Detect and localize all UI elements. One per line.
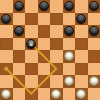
board-square-light[interactable] [13, 13, 26, 26]
board-square-light[interactable] [75, 75, 88, 88]
board-square-light[interactable] [75, 50, 88, 63]
board-square-light[interactable] [88, 63, 101, 76]
board-square-light[interactable] [75, 0, 88, 13]
board-square-dark[interactable] [25, 63, 38, 76]
board-square-light[interactable] [63, 88, 76, 101]
board-square-light[interactable] [0, 0, 13, 13]
board-square-dark[interactable] [50, 63, 63, 76]
board-square-dark[interactable] [75, 38, 88, 51]
board-square-light[interactable] [0, 25, 13, 38]
board-square-light[interactable] [50, 0, 63, 13]
board-square-dark[interactable] [38, 25, 51, 38]
king-crown-icon: ♛ [27, 40, 35, 48]
board-square-light[interactable] [25, 75, 38, 88]
board-square-light[interactable] [63, 13, 76, 26]
board-square-dark[interactable] [88, 50, 101, 63]
board-square-light[interactable] [13, 63, 26, 76]
board-square-light[interactable] [75, 25, 88, 38]
board-square-light[interactable] [63, 63, 76, 76]
board-square-dark[interactable] [0, 38, 13, 51]
board-square-dark[interactable] [50, 38, 63, 51]
board-square-light[interactable] [88, 13, 101, 26]
board-square-dark[interactable] [38, 50, 51, 63]
checkers-board: ♛ [0, 0, 100, 100]
board-square-light[interactable] [38, 13, 51, 26]
board-square-light[interactable] [38, 63, 51, 76]
board-square-dark[interactable] [50, 13, 63, 26]
board-square-light[interactable] [38, 38, 51, 51]
board-square-light[interactable] [0, 75, 13, 88]
board-square-light[interactable] [25, 0, 38, 13]
board-square-light[interactable] [88, 88, 101, 101]
board-square-dark[interactable] [13, 50, 26, 63]
board-square-light[interactable] [13, 88, 26, 101]
board-square-dark[interactable] [75, 63, 88, 76]
board-square-light[interactable] [50, 25, 63, 38]
checker-black-king[interactable]: ♛ [26, 39, 36, 49]
board-square-light[interactable] [50, 50, 63, 63]
board-square-dark[interactable] [0, 63, 13, 76]
board-square-light[interactable] [63, 38, 76, 51]
board-square-light[interactable] [38, 88, 51, 101]
board-square-dark[interactable] [38, 75, 51, 88]
board-square-light[interactable] [25, 25, 38, 38]
board-square-dark[interactable] [13, 75, 26, 88]
board-square-light[interactable] [25, 50, 38, 63]
board-square-light[interactable] [13, 38, 26, 51]
board-square-light[interactable] [50, 75, 63, 88]
board-square-light[interactable] [88, 38, 101, 51]
board-square-dark[interactable] [25, 88, 38, 101]
board-square-dark[interactable] [25, 13, 38, 26]
board-square-light[interactable] [0, 50, 13, 63]
